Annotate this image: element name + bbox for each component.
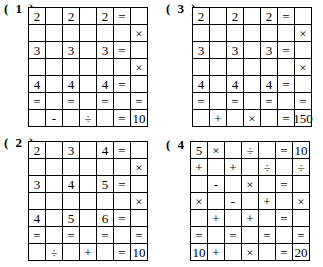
grid-cell-empty xyxy=(80,176,96,192)
grid-cell-empty xyxy=(46,76,62,92)
grid-cell-given: - xyxy=(208,176,224,192)
puzzle-grid-4: 5×÷=10++÷÷-×=×-+×++=====10+×=20 xyxy=(190,141,310,261)
grid-cell-given: = xyxy=(261,93,277,109)
grid-cell-given: × xyxy=(131,193,147,209)
grid-cell-given: ÷ xyxy=(46,244,62,260)
grid-cell-given: 3 xyxy=(193,42,209,58)
grid-cell-given: = xyxy=(114,42,130,58)
grid-cell-empty xyxy=(261,110,277,126)
grid-cell-empty xyxy=(225,210,241,226)
grid-cell-given: = xyxy=(278,42,294,58)
grid-cell-given: × xyxy=(295,25,311,41)
grid-cell-empty xyxy=(114,93,130,109)
grid-cell-given: + xyxy=(259,193,275,209)
grid-cell-empty xyxy=(114,25,130,41)
grid-cell-given: = xyxy=(276,142,292,158)
grid-cell-empty xyxy=(97,25,113,41)
grid-cell-given: 10 xyxy=(131,244,147,260)
grid-cell-given: × xyxy=(293,193,309,209)
grid-cell-empty xyxy=(244,59,260,75)
grid-cell-empty xyxy=(97,110,113,126)
grid-cell-given: 5 xyxy=(191,142,207,158)
grid-cell-empty xyxy=(46,42,62,58)
grid-cell-empty xyxy=(295,8,311,24)
grid-cell-given: = xyxy=(227,93,243,109)
grid-cell-empty xyxy=(295,76,311,92)
grid-cell-empty xyxy=(46,93,62,109)
grid-cell-empty xyxy=(29,159,45,175)
grid-cell-given: × xyxy=(208,142,224,158)
grid-cell-given: × xyxy=(244,110,260,126)
grid-cell-given: 2 xyxy=(193,8,209,24)
grid-cell-given: 2 xyxy=(29,8,45,24)
grid-cell-given: 3 xyxy=(29,176,45,192)
grid-cell-given: 4 xyxy=(63,176,79,192)
grid-cell-given: = xyxy=(114,142,130,158)
grid-cell-given: = xyxy=(97,227,113,243)
grid-cell-given: = xyxy=(29,227,45,243)
grid-cell-given: 2 xyxy=(97,8,113,24)
grid-cell-given: ÷ xyxy=(259,159,275,175)
grid-cell-empty xyxy=(97,244,113,260)
grid-cell-given: = xyxy=(295,93,311,109)
grid-cell-given: - xyxy=(46,110,62,126)
grid-cell-empty xyxy=(97,59,113,75)
grid-cell-given: 4 xyxy=(193,76,209,92)
grid-cell-given: = xyxy=(278,76,294,92)
grid-cell-empty xyxy=(210,76,226,92)
grid-cell-given: ÷ xyxy=(242,142,258,158)
grid-cell-given: = xyxy=(29,93,45,109)
grid-cell-empty xyxy=(80,193,96,209)
grid-cell-empty xyxy=(46,210,62,226)
grid-cell-empty xyxy=(225,142,241,158)
grid-cell-empty xyxy=(225,176,241,192)
grid-cell-given: = xyxy=(278,110,294,126)
grid-cell-empty xyxy=(29,59,45,75)
grid-cell-empty xyxy=(208,227,224,243)
grid-cell-given: 4 xyxy=(97,142,113,158)
grid-cell-given: × xyxy=(242,176,258,192)
grid-cell-given: = xyxy=(114,176,130,192)
grid-cell-given: + xyxy=(80,244,96,260)
grid-cell-empty xyxy=(244,93,260,109)
grid-cell-given: 4 xyxy=(97,76,113,92)
grid-cell-empty xyxy=(80,59,96,75)
grid-cell-empty xyxy=(261,59,277,75)
grid-cell-given: 2 xyxy=(63,8,79,24)
grid-cell-empty xyxy=(193,110,209,126)
grid-cell-empty xyxy=(114,227,130,243)
grid-cell-empty xyxy=(46,59,62,75)
grid-cell-empty xyxy=(29,244,45,260)
grid-cell-empty xyxy=(80,42,96,58)
grid-cell-given: 20 xyxy=(293,244,309,260)
grid-cell-empty xyxy=(244,8,260,24)
grid-cell-empty xyxy=(244,42,260,58)
grid-cell-empty xyxy=(210,93,226,109)
grid-cell-empty xyxy=(63,59,79,75)
grid-cell-given: = xyxy=(131,227,147,243)
grid-cell-empty xyxy=(276,227,292,243)
grid-cell-empty xyxy=(63,193,79,209)
grid-cell-given: = xyxy=(276,176,292,192)
grid-cell-empty xyxy=(46,176,62,192)
grid-cell-empty xyxy=(63,159,79,175)
grid-cell-empty xyxy=(80,142,96,158)
worksheet-page: { "game": "crossmath arithmetic cross-nu… xyxy=(0,0,323,267)
grid-cell-empty xyxy=(131,142,147,158)
grid-cell-empty xyxy=(242,159,258,175)
grid-cell-given: + xyxy=(208,244,224,260)
grid-cell-given: 10 xyxy=(293,142,309,158)
grid-cell-given: = xyxy=(114,110,130,126)
grid-cell-empty xyxy=(80,227,96,243)
grid-cell-empty xyxy=(131,42,147,58)
grid-cell-empty xyxy=(191,210,207,226)
grid-cell-empty xyxy=(276,193,292,209)
grid-cell-empty xyxy=(210,25,226,41)
grid-cell-given: 2 xyxy=(261,8,277,24)
grid-cell-empty xyxy=(63,25,79,41)
grid-cell-given: 10 xyxy=(191,244,207,260)
grid-cell-empty xyxy=(29,193,45,209)
grid-cell-empty xyxy=(46,193,62,209)
puzzle-grid-1: 222=×333=×444=====-÷=10 xyxy=(28,7,148,127)
grid-cell-given: ÷ xyxy=(293,159,309,175)
grid-cell-given: = xyxy=(131,93,147,109)
grid-cell-given: 4 xyxy=(29,210,45,226)
grid-cell-given: = xyxy=(276,210,292,226)
grid-cell-given: 150 xyxy=(295,110,311,126)
grid-cell-given: 2 xyxy=(227,8,243,24)
grid-cell-given: × xyxy=(131,159,147,175)
grid-cell-empty xyxy=(208,159,224,175)
grid-cell-empty xyxy=(259,244,275,260)
grid-cell-empty xyxy=(278,59,294,75)
grid-cell-empty xyxy=(131,76,147,92)
grid-cell-empty xyxy=(114,193,130,209)
grid-cell-given: 3 xyxy=(261,42,277,58)
grid-cell-empty xyxy=(131,210,147,226)
grid-cell-empty xyxy=(63,244,79,260)
grid-cell-given: 3 xyxy=(227,42,243,58)
grid-cell-empty xyxy=(114,59,130,75)
grid-cell-given: 4 xyxy=(63,76,79,92)
grid-cell-given: 3 xyxy=(63,142,79,158)
grid-cell-empty xyxy=(210,59,226,75)
grid-cell-given: = xyxy=(114,210,130,226)
grid-cell-given: 4 xyxy=(29,76,45,92)
grid-cell-empty xyxy=(227,25,243,41)
grid-cell-given: 6 xyxy=(97,210,113,226)
grid-cell-given: = xyxy=(97,93,113,109)
grid-cell-empty xyxy=(293,210,309,226)
grid-cell-empty xyxy=(244,76,260,92)
grid-cell-given: + xyxy=(242,210,258,226)
grid-cell-empty xyxy=(227,59,243,75)
grid-cell-given: = xyxy=(114,76,130,92)
grid-cell-given: = xyxy=(278,8,294,24)
grid-cell-empty xyxy=(278,25,294,41)
grid-cell-empty xyxy=(80,76,96,92)
grid-cell-empty xyxy=(191,176,207,192)
grid-cell-given: 5 xyxy=(63,210,79,226)
grid-cell-given: 2 xyxy=(29,142,45,158)
grid-cell-empty xyxy=(46,159,62,175)
grid-cell-empty xyxy=(227,110,243,126)
grid-cell-given: × xyxy=(131,25,147,41)
grid-cell-empty xyxy=(208,193,224,209)
grid-cell-empty xyxy=(114,159,130,175)
grid-cell-given: + xyxy=(191,159,207,175)
grid-cell-given: = xyxy=(293,227,309,243)
grid-cell-empty xyxy=(276,159,292,175)
grid-cell-given: ÷ xyxy=(80,110,96,126)
grid-cell-given: × xyxy=(191,193,207,209)
grid-cell-given: - xyxy=(225,193,241,209)
grid-cell-given: 10 xyxy=(131,110,147,126)
grid-cell-empty xyxy=(97,159,113,175)
grid-cell-empty xyxy=(131,176,147,192)
grid-cell-empty xyxy=(293,176,309,192)
grid-cell-empty xyxy=(259,176,275,192)
puzzle-grid-3: 222=×333=×444=====+×=150 xyxy=(192,7,312,127)
grid-cell-given: = xyxy=(63,93,79,109)
grid-cell-empty xyxy=(259,142,275,158)
grid-cell-empty xyxy=(46,8,62,24)
grid-cell-given: 5 xyxy=(97,176,113,192)
grid-cell-empty xyxy=(97,193,113,209)
grid-cell-given: × xyxy=(131,59,147,75)
grid-cell-empty xyxy=(295,42,311,58)
grid-cell-given: 4 xyxy=(227,76,243,92)
grid-cell-given: + xyxy=(225,159,241,175)
grid-cell-empty xyxy=(210,8,226,24)
grid-cell-empty xyxy=(210,42,226,58)
grid-cell-given: = xyxy=(114,244,130,260)
grid-cell-given: + xyxy=(210,110,226,126)
grid-cell-empty xyxy=(29,25,45,41)
grid-cell-given: 3 xyxy=(97,42,113,58)
grid-cell-given: = xyxy=(276,244,292,260)
grid-cell-empty xyxy=(225,244,241,260)
grid-cell-given: 3 xyxy=(63,42,79,58)
grid-cell-empty xyxy=(46,142,62,158)
grid-cell-empty xyxy=(80,8,96,24)
grid-cell-empty xyxy=(46,25,62,41)
grid-cell-given: = xyxy=(114,8,130,24)
grid-cell-empty xyxy=(261,25,277,41)
grid-cell-empty xyxy=(63,110,79,126)
grid-cell-empty xyxy=(131,8,147,24)
grid-cell-given: 3 xyxy=(29,42,45,58)
grid-cell-given: = xyxy=(63,227,79,243)
grid-cell-empty xyxy=(29,110,45,126)
puzzle-grid-2: 234=×345=×456=====÷+=10 xyxy=(28,141,148,261)
grid-cell-empty xyxy=(193,25,209,41)
grid-cell-empty xyxy=(242,227,258,243)
grid-cell-given: + xyxy=(208,210,224,226)
grid-cell-given: = xyxy=(259,227,275,243)
grid-cell-empty xyxy=(242,193,258,209)
grid-cell-empty xyxy=(80,159,96,175)
grid-cell-given: = xyxy=(225,227,241,243)
grid-cell-given: = xyxy=(193,93,209,109)
grid-cell-given: × xyxy=(295,59,311,75)
grid-cell-given: 4 xyxy=(261,76,277,92)
grid-cell-given: × xyxy=(242,244,258,260)
grid-cell-empty xyxy=(259,210,275,226)
grid-cell-empty xyxy=(244,25,260,41)
grid-cell-empty xyxy=(80,210,96,226)
grid-cell-empty xyxy=(193,59,209,75)
grid-cell-empty xyxy=(80,25,96,41)
grid-cell-given: = xyxy=(191,227,207,243)
grid-cell-empty xyxy=(278,93,294,109)
grid-cell-empty xyxy=(80,93,96,109)
grid-cell-empty xyxy=(46,227,62,243)
